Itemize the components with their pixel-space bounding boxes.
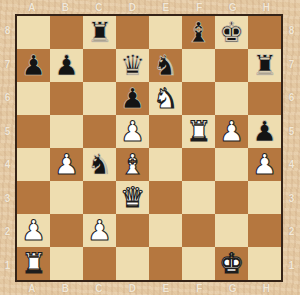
file-label-bottom-h: H [250,281,284,295]
square-f8[interactable]: ♝ [182,16,215,49]
rank-label-right-8: 8 [283,14,300,48]
square-a6[interactable] [17,82,50,115]
piece-black-pawn[interactable]: ♟ [54,49,79,82]
square-d5[interactable]: ♟ [116,115,149,148]
square-g8[interactable]: ♚ [215,16,248,49]
square-b3[interactable] [50,181,83,214]
piece-white-bishop[interactable]: ♝ [120,148,145,181]
square-b2[interactable] [50,214,83,247]
piece-black-pawn[interactable]: ♟ [120,82,145,115]
square-a7[interactable]: ♟ [17,49,50,82]
square-e1[interactable] [149,247,182,280]
square-a3[interactable] [17,181,50,214]
piece-white-rook[interactable]: ♜ [21,247,46,280]
file-label-top-g: G [216,0,250,14]
piece-white-knight[interactable]: ♞ [153,82,178,115]
rank-label-right-5: 5 [283,115,300,149]
piece-white-pawn[interactable]: ♟ [87,214,112,247]
square-a5[interactable] [17,115,50,148]
square-g6[interactable] [215,82,248,115]
square-f6[interactable] [182,82,215,115]
piece-black-knight[interactable]: ♞ [153,49,178,82]
rank-labels-right: 87654321 [283,14,300,282]
file-label-bottom-b: B [49,281,83,295]
square-g4[interactable] [215,148,248,181]
square-b4[interactable]: ♟ [50,148,83,181]
square-b6[interactable] [50,82,83,115]
square-c4[interactable]: ♞ [83,148,116,181]
square-g1[interactable]: ♚ [215,247,248,280]
square-h1[interactable] [248,247,281,280]
square-f2[interactable] [182,214,215,247]
square-e3[interactable] [149,181,182,214]
file-label-top-f: F [183,0,217,14]
rank-label-right-1: 1 [283,249,300,283]
square-d1[interactable] [116,247,149,280]
square-d3[interactable]: ♛ [116,181,149,214]
square-d7[interactable]: ♛ [116,49,149,82]
piece-white-pawn[interactable]: ♟ [21,214,46,247]
chess-board: ♜♝♚♟♟♛♞♜♟♞♟♜♟♟♟♞♝♟♛♟♟♜♚ [15,14,283,282]
square-c2[interactable]: ♟ [83,214,116,247]
rank-label-left-7: 7 [0,48,15,82]
square-f4[interactable] [182,148,215,181]
square-h3[interactable] [248,181,281,214]
piece-white-king[interactable]: ♚ [219,247,244,280]
square-h7[interactable]: ♜ [248,49,281,82]
square-e7[interactable]: ♞ [149,49,182,82]
square-a1[interactable]: ♜ [17,247,50,280]
square-f5[interactable]: ♜ [182,115,215,148]
square-c7[interactable] [83,49,116,82]
file-label-top-d: D [116,0,150,14]
square-c1[interactable] [83,247,116,280]
rank-label-left-3: 3 [0,182,15,216]
rank-labels-left: 87654321 [0,14,15,282]
file-label-top-b: B [49,0,83,14]
piece-white-pawn[interactable]: ♟ [120,115,145,148]
rank-label-left-4: 4 [0,148,15,182]
piece-black-rook[interactable]: ♜ [252,49,277,82]
rank-label-left-5: 5 [0,115,15,149]
square-c6[interactable] [83,82,116,115]
square-d8[interactable] [116,16,149,49]
rank-label-right-3: 3 [283,182,300,216]
square-c5[interactable] [83,115,116,148]
square-c8[interactable]: ♜ [83,16,116,49]
file-labels-bottom: ABCDEFGH [15,281,283,295]
file-label-top-c: C [82,0,116,14]
piece-white-pawn[interactable]: ♟ [54,148,79,181]
square-f1[interactable] [182,247,215,280]
square-e6[interactable]: ♞ [149,82,182,115]
rank-label-right-6: 6 [283,81,300,115]
square-b7[interactable]: ♟ [50,49,83,82]
rank-label-right-4: 4 [283,148,300,182]
rank-label-left-8: 8 [0,14,15,48]
square-e2[interactable] [149,214,182,247]
piece-white-queen[interactable]: ♛ [120,181,145,214]
piece-black-pawn[interactable]: ♟ [21,49,46,82]
square-h8[interactable] [248,16,281,49]
square-h6[interactable] [248,82,281,115]
piece-black-rook[interactable]: ♜ [87,16,112,49]
square-e4[interactable] [149,148,182,181]
square-d4[interactable]: ♝ [116,148,149,181]
square-d2[interactable] [116,214,149,247]
square-g2[interactable] [215,214,248,247]
square-g3[interactable] [215,181,248,214]
rank-label-left-1: 1 [0,249,15,283]
piece-white-rook[interactable]: ♜ [186,115,211,148]
square-h4[interactable]: ♟ [248,148,281,181]
file-label-bottom-e: E [149,281,183,295]
piece-white-pawn[interactable]: ♟ [252,148,277,181]
file-label-bottom-c: C [82,281,116,295]
square-b8[interactable] [50,16,83,49]
file-label-bottom-d: D [116,281,150,295]
square-b1[interactable] [50,247,83,280]
piece-black-bishop[interactable]: ♝ [186,16,211,49]
file-label-bottom-f: F [183,281,217,295]
square-b5[interactable] [50,115,83,148]
square-a4[interactable] [17,148,50,181]
square-g5[interactable]: ♟ [215,115,248,148]
square-e8[interactable] [149,16,182,49]
square-a2[interactable]: ♟ [17,214,50,247]
piece-black-pawn[interactable]: ♟ [252,115,277,148]
piece-black-king[interactable]: ♚ [219,16,244,49]
rank-label-left-2: 2 [0,215,15,249]
rank-label-right-2: 2 [283,215,300,249]
square-f3[interactable] [182,181,215,214]
file-label-top-h: H [250,0,284,14]
piece-white-pawn[interactable]: ♟ [219,115,244,148]
piece-black-knight[interactable]: ♞ [87,148,112,181]
file-labels-top: ABCDEFGH [15,0,283,14]
square-h2[interactable] [248,214,281,247]
square-h5[interactable]: ♟ [248,115,281,148]
piece-black-queen[interactable]: ♛ [120,49,145,82]
square-c3[interactable] [83,181,116,214]
square-g7[interactable] [215,49,248,82]
file-label-top-e: E [149,0,183,14]
square-f7[interactable] [182,49,215,82]
file-label-top-a: A [15,0,49,14]
file-label-bottom-g: G [216,281,250,295]
file-label-bottom-a: A [15,281,49,295]
square-e5[interactable] [149,115,182,148]
rank-label-left-6: 6 [0,81,15,115]
square-d6[interactable]: ♟ [116,82,149,115]
rank-label-right-7: 7 [283,48,300,82]
square-a8[interactable] [17,16,50,49]
